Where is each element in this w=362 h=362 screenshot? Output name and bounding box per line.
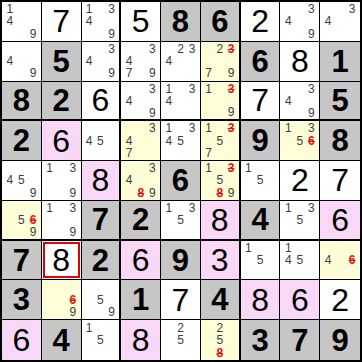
cell-r1c7[interactable]: 2	[241, 2, 281, 42]
cell-r4c1[interactable]: 2	[2, 121, 42, 161]
pencil-marks: 149	[2, 2, 41, 41]
given-digit: 3	[13, 284, 30, 315]
solved-digit: 6	[291, 284, 309, 316]
cell-r5c7[interactable]: 15	[241, 161, 281, 201]
cell-r2c6[interactable]: 2379	[201, 42, 241, 82]
pencil-marks: 135	[280, 201, 319, 239]
pencil-marks: 139	[42, 161, 81, 200]
candidate: 3	[306, 202, 318, 214]
candidate: 4	[84, 135, 95, 147]
candidate: 4	[163, 55, 175, 67]
cell-r7c2[interactable]: 8	[42, 241, 82, 281]
cell-r3c9[interactable]: 5	[320, 82, 360, 122]
candidate: 1	[163, 202, 175, 214]
cell-r8c9[interactable]: 2	[320, 280, 360, 320]
candidate: 7	[123, 147, 135, 159]
solved-digit: 6	[331, 204, 349, 236]
candidate: 9	[306, 28, 318, 40]
candidate: 5	[254, 254, 266, 266]
candidate: 1	[163, 122, 175, 134]
given-digit: 5	[331, 85, 348, 116]
candidate: 3	[147, 162, 159, 174]
cell-r8c5[interactable]: 7	[161, 280, 201, 320]
solved-digit: 8	[251, 284, 269, 316]
candidate: 9	[67, 187, 79, 199]
candidate: 4	[123, 174, 135, 186]
cell-r7c4[interactable]: 6	[121, 241, 161, 281]
cell-r8c1[interactable]: 3	[2, 280, 42, 320]
eliminated-candidate: 8	[135, 187, 147, 199]
eliminated-candidate: 6	[346, 254, 358, 266]
cell-r1c8[interactable]: 349	[280, 2, 320, 42]
candidate: 3	[186, 43, 198, 55]
cell-r9c6[interactable]: 258	[201, 320, 241, 360]
candidate: 3	[106, 3, 117, 15]
given-digit: 1	[331, 46, 348, 77]
pencil-marks: 25	[161, 320, 200, 360]
candidate: 5	[294, 135, 306, 147]
candidate: 4	[123, 135, 135, 147]
candidate: 1	[282, 202, 294, 214]
given-digit: 9	[331, 325, 348, 356]
cell-r2c4[interactable]: 3479	[121, 42, 161, 82]
candidate: 4	[163, 95, 175, 107]
cell-r3c8[interactable]: 349	[280, 82, 320, 122]
candidate: 9	[106, 28, 117, 40]
cell-r3c5[interactable]: 134	[161, 82, 201, 122]
candidate: 5	[95, 135, 106, 147]
pencil-marks: 569	[2, 201, 41, 239]
given-digit: 5	[53, 46, 70, 77]
candidate: 3	[67, 202, 79, 214]
solved-digit: 8	[92, 164, 110, 196]
given-digit: 4	[251, 204, 268, 235]
cell-r6c5[interactable]: 135	[161, 201, 201, 241]
cell-r8c2[interactable]: 69	[42, 280, 82, 320]
pencil-marks: 15	[241, 161, 280, 200]
solved-digit: 8	[132, 324, 150, 356]
given-digit: 1	[132, 284, 149, 315]
candidate: 4	[4, 15, 16, 27]
eliminated-candidate: 3	[225, 122, 236, 134]
candidate: 9	[27, 226, 39, 238]
cell-r1c1[interactable]: 149	[2, 2, 42, 42]
candidate: 9	[225, 187, 236, 199]
solved-digit: 8	[52, 244, 70, 276]
cell-r5c1[interactable]: 459	[2, 161, 42, 201]
candidate: 9	[147, 187, 159, 199]
given-digit: 2	[13, 125, 30, 156]
given-digit: 8	[331, 125, 348, 156]
pencil-marks: 234	[161, 42, 200, 81]
pencil-marks: 1357	[201, 121, 239, 160]
candidate: 5	[16, 174, 28, 186]
solved-digit: 3	[211, 244, 229, 276]
candidate: 1	[44, 202, 56, 214]
pencil-marks: 34	[320, 2, 360, 41]
pencil-marks: 13589	[201, 161, 239, 200]
candidate: 9	[67, 306, 79, 318]
cell-r2c7[interactable]: 6	[241, 42, 281, 82]
pencil-marks: 459	[2, 161, 41, 200]
candidate: 3	[186, 83, 198, 95]
candidate: 4	[163, 135, 175, 147]
pencil-marks: 134	[161, 82, 200, 120]
eliminated-candidate: 3	[225, 83, 236, 95]
candidate: 9	[67, 226, 79, 238]
cell-r6c3[interactable]: 7	[82, 201, 122, 241]
pencil-marks: 2379	[201, 42, 239, 81]
candidate: 3	[306, 122, 318, 134]
candidate: 4	[4, 55, 16, 67]
pencil-marks: 349	[121, 82, 160, 120]
pencil-marks: 145	[280, 241, 319, 280]
cell-r1c5[interactable]: 8	[161, 2, 201, 42]
solved-digit: 7	[52, 5, 70, 37]
pencil-marks: 347	[121, 121, 160, 160]
candidate: 4	[282, 15, 294, 27]
pencil-marks: 139	[42, 201, 81, 239]
candidate: 9	[27, 67, 39, 79]
candidate: 9	[106, 306, 117, 318]
given-digit: 4	[53, 325, 70, 356]
solved-digit: 2	[291, 164, 309, 196]
pencil-marks: 349	[82, 42, 120, 81]
pencil-marks: 349	[280, 2, 319, 41]
candidate: 5	[294, 254, 306, 266]
cell-r4c5[interactable]: 1345	[161, 121, 201, 161]
pencil-marks: 3479	[121, 42, 160, 81]
candidate: 1	[84, 321, 95, 334]
candidate: 5	[254, 174, 266, 186]
given-digit: 8	[13, 85, 30, 116]
candidate: 5	[175, 214, 187, 226]
candidate: 4	[84, 55, 95, 67]
pencil-marks: 15	[241, 241, 280, 280]
pencil-marks: 1349	[82, 2, 120, 41]
cell-r6c2[interactable]: 139	[42, 201, 82, 241]
given-digit: 6	[251, 46, 268, 77]
candidate: 7	[123, 67, 135, 79]
cell-r2c8[interactable]: 8	[280, 42, 320, 82]
candidate: 5	[214, 135, 225, 147]
cell-r1c3[interactable]: 1349	[82, 2, 122, 42]
cell-r9c5[interactable]: 25	[161, 320, 201, 360]
pencil-marks: 15	[82, 320, 120, 360]
given-digit: 7	[92, 204, 109, 235]
pencil-marks: 49	[2, 42, 41, 81]
solved-digit: 8	[211, 204, 229, 236]
candidate: 1	[203, 162, 214, 174]
pencil-marks: 46	[320, 241, 360, 280]
solved-digit: 6	[92, 84, 110, 116]
cell-r2c9[interactable]: 1	[320, 42, 360, 82]
cell-r1c9[interactable]: 34	[320, 2, 360, 42]
cell-r4c4[interactable]: 347	[121, 121, 161, 161]
candidate: 9	[27, 187, 39, 199]
eliminated-candidate: 8	[214, 187, 225, 199]
candidate: 3	[186, 122, 198, 134]
candidate: 1	[243, 242, 255, 254]
candidate: 1	[203, 122, 214, 134]
candidate: 9	[306, 107, 318, 119]
cell-r9c1[interactable]: 6	[2, 320, 42, 360]
given-digit: 6	[172, 165, 189, 196]
candidate: 9	[225, 67, 236, 79]
given-digit: 9	[172, 245, 189, 276]
cell-r4c3[interactable]: 45	[82, 121, 122, 161]
pencil-marks: 1356	[280, 121, 319, 160]
cell-r1c4[interactable]: 5	[121, 2, 161, 42]
candidate: 3	[67, 162, 79, 174]
given-digit: 7	[291, 325, 308, 356]
given-digit: 3	[251, 325, 268, 356]
cell-r7c9[interactable]: 46	[320, 241, 360, 281]
solved-digit: 8	[291, 45, 309, 77]
cell-r6c9[interactable]: 6	[320, 201, 360, 241]
candidate: 4	[4, 174, 16, 186]
given-digit: 2	[92, 245, 109, 276]
candidate: 2	[214, 321, 225, 334]
candidate: 5	[175, 135, 187, 147]
solved-digit: 5	[132, 5, 150, 37]
candidate: 1	[44, 162, 56, 174]
eliminated-candidate: 3	[225, 43, 236, 55]
cell-r4c2[interactable]: 6	[42, 121, 82, 161]
cell-r3c4[interactable]: 349	[121, 82, 161, 122]
solved-digit: 7	[251, 84, 269, 116]
cell-r8c3[interactable]: 59	[82, 280, 122, 320]
given-digit: 9	[251, 125, 268, 156]
candidate: 3	[186, 202, 198, 214]
candidate: 2	[175, 321, 187, 334]
solved-digit: 7	[331, 164, 349, 196]
cell-r9c7[interactable]: 3	[241, 320, 281, 360]
pencil-marks: 59	[82, 280, 120, 319]
candidate: 4	[123, 95, 135, 107]
candidate: 3	[306, 3, 318, 15]
solved-digit: 2	[251, 5, 269, 37]
candidate: 1	[163, 83, 175, 95]
cell-r3c3[interactable]: 6	[82, 82, 122, 122]
candidate: 4	[282, 254, 294, 266]
candidate: 9	[147, 67, 159, 79]
pencil-marks: 45	[82, 121, 120, 160]
pencil-marks: 349	[280, 82, 319, 120]
pencil-marks: 3489	[121, 161, 160, 200]
cell-r6c6[interactable]: 8	[201, 201, 241, 241]
eliminated-candidate: 6	[306, 135, 318, 147]
sudoku-board: 1497134958623493449534934792342379681826…	[0, 0, 362, 362]
cell-r5c8[interactable]: 2	[280, 161, 320, 201]
cell-r4c8[interactable]: 1356	[280, 121, 320, 161]
pencil-marks: 1345	[161, 121, 200, 160]
candidate: 3	[306, 83, 318, 95]
candidate: 4	[322, 15, 334, 27]
candidate: 1	[203, 83, 214, 95]
candidate: 4	[282, 95, 294, 107]
cell-r8c7[interactable]: 8	[241, 280, 281, 320]
candidate: 7	[203, 67, 214, 79]
cell-r4c6[interactable]: 1357	[201, 121, 241, 161]
cell-r5c3[interactable]: 8	[82, 161, 122, 201]
cell-r8c4[interactable]: 1	[121, 280, 161, 320]
given-digit: 2	[132, 204, 149, 235]
cell-r2c1[interactable]: 49	[2, 42, 42, 82]
given-digit: 8	[172, 6, 189, 37]
candidate: 3	[346, 3, 358, 15]
solved-digit: 6	[52, 125, 70, 157]
cell-r7c1[interactable]: 7	[2, 241, 42, 281]
candidate: 9	[106, 67, 117, 79]
cell-r1c2[interactable]: 7	[42, 2, 82, 42]
candidate: 5	[95, 294, 106, 306]
solved-digit: 7	[172, 284, 190, 316]
solved-digit: 2	[331, 284, 349, 316]
cell-r4c7[interactable]: 9	[241, 121, 281, 161]
cell-r5c9[interactable]: 7	[320, 161, 360, 201]
cell-r3c7[interactable]: 7	[241, 82, 281, 122]
cell-r1c6[interactable]: 6	[201, 2, 241, 42]
cell-r7c5[interactable]: 9	[161, 241, 201, 281]
candidate: 3	[147, 43, 159, 55]
candidate: 5	[16, 214, 28, 226]
cell-r8c8[interactable]: 6	[280, 280, 320, 320]
cell-r5c5[interactable]: 6	[161, 161, 201, 201]
candidate: 9	[225, 106, 236, 118]
eliminated-candidate: 6	[27, 214, 39, 226]
candidate: 9	[27, 28, 39, 40]
cell-r5c2[interactable]: 139	[42, 161, 82, 201]
pencil-marks: 135	[161, 201, 200, 239]
cell-r7c7[interactable]: 15	[241, 241, 281, 281]
eliminated-candidate: 3	[225, 162, 236, 174]
cell-r3c2[interactable]: 2	[42, 82, 82, 122]
candidate: 2	[214, 43, 225, 55]
candidate: 4	[322, 254, 334, 266]
candidate: 5	[175, 334, 187, 347]
solved-digit: 6	[132, 244, 150, 276]
cell-r3c1[interactable]: 8	[2, 82, 42, 122]
cell-r3c6[interactable]: 139	[201, 82, 241, 122]
candidate: 1	[282, 122, 294, 134]
cell-r7c3[interactable]: 2	[82, 241, 122, 281]
cell-r4c9[interactable]: 8	[320, 121, 360, 161]
cell-r9c3[interactable]: 15	[82, 320, 122, 360]
cell-r9c2[interactable]: 4	[42, 320, 82, 360]
eliminated-candidate: 8	[214, 346, 225, 359]
cell-r9c8[interactable]: 7	[280, 320, 320, 360]
given-digit: 4	[211, 284, 228, 315]
candidate: 9	[147, 107, 159, 119]
cell-r2c3[interactable]: 349	[82, 42, 122, 82]
cell-r5c4[interactable]: 3489	[121, 161, 161, 201]
given-digit: 2	[53, 85, 70, 116]
candidate: 5	[214, 334, 225, 347]
candidate: 5	[95, 334, 106, 347]
given-digit: 6	[211, 6, 228, 37]
candidate: 2	[175, 43, 187, 55]
candidate: 1	[243, 162, 255, 174]
pencil-marks: 69	[42, 280, 81, 319]
solved-digit: 6	[12, 324, 30, 356]
cell-r7c6[interactable]: 3	[201, 241, 241, 281]
cell-r6c1[interactable]: 569	[2, 201, 42, 241]
cell-r9c9[interactable]: 9	[320, 320, 360, 360]
candidate: 5	[214, 174, 225, 186]
cell-r2c2[interactable]: 5	[42, 42, 82, 82]
candidate: 7	[203, 147, 214, 159]
cell-r6c4[interactable]: 2	[121, 201, 161, 241]
candidate: 4	[84, 15, 95, 27]
cell-r6c7[interactable]: 4	[241, 201, 281, 241]
pencil-marks: 139	[201, 82, 239, 120]
candidate: 3	[147, 83, 159, 95]
cell-r7c8[interactable]: 145	[280, 241, 320, 281]
pencil-marks: 258	[201, 320, 239, 360]
cell-r8c6[interactable]: 4	[201, 280, 241, 320]
candidate: 3	[106, 43, 117, 55]
cell-r6c8[interactable]: 135	[280, 201, 320, 241]
given-digit: 7	[13, 245, 30, 276]
candidate: 5	[294, 214, 306, 226]
candidate: 3	[147, 122, 159, 134]
cell-r2c5[interactable]: 234	[161, 42, 201, 82]
cell-r9c4[interactable]: 8	[121, 320, 161, 360]
cell-r5c6[interactable]: 13589	[201, 161, 241, 201]
